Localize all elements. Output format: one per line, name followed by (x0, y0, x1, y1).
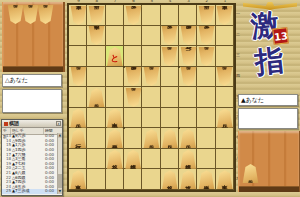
square-1三[interactable] (216, 46, 234, 67)
close-icon[interactable]: x (56, 121, 61, 126)
square-7二[interactable] (106, 26, 124, 47)
square-3一[interactable] (179, 5, 197, 26)
sente-info-box (238, 108, 298, 129)
shogi-board[interactable]: 香車桂馬金将桂馬香車飛車金将銀将玉将歩兵角行歩兵歩兵銀将歩兵歩兵歩兵歩兵と歩兵歩… (67, 3, 236, 192)
square-1八[interactable] (216, 149, 234, 170)
kifu-title: 棋譜 (9, 121, 56, 126)
square-7九[interactable] (106, 169, 124, 190)
square-1二[interactable] (216, 26, 234, 47)
square-8三[interactable] (87, 46, 105, 67)
square-5二[interactable] (142, 26, 160, 47)
square-8四[interactable] (87, 67, 105, 88)
square-7五[interactable] (106, 87, 124, 108)
square-8九[interactable] (87, 169, 105, 190)
kifu-window-icon (4, 122, 8, 126)
square-8六[interactable] (87, 108, 105, 129)
sente-name: ▲あなた (239, 95, 297, 103)
square-5八[interactable] (142, 149, 160, 170)
gote-captured-stand[interactable]: 歩兵歩兵歩兵 (2, 2, 65, 72)
square-4一[interactable] (161, 5, 179, 26)
sente-nameplate: ▲あなた (238, 94, 298, 106)
square-1五[interactable] (216, 87, 234, 108)
kifu-scrollbar[interactable]: ▲ ▼ (57, 133, 62, 194)
square-5三[interactable] (142, 46, 160, 67)
stand-foot (239, 186, 299, 192)
logo-char-2: 指 (253, 41, 286, 84)
square-9三[interactable] (69, 46, 87, 67)
app-window: 歩兵歩兵歩兵 △あなた 987654321 一二三四五六七八九 香車桂馬金将桂馬… (0, 0, 300, 197)
square-9二[interactable] (69, 26, 87, 47)
gote-info-box (2, 89, 62, 113)
shogi-piece-歩兵-gote[interactable]: 歩兵 (22, 5, 39, 24)
square-6七[interactable] (124, 128, 142, 149)
square-8七[interactable] (87, 128, 105, 149)
square-9八[interactable] (69, 149, 87, 170)
gote-nameplate: △あなた (2, 74, 62, 87)
scroll-thumb[interactable] (58, 174, 62, 188)
square-1七[interactable] (216, 128, 234, 149)
square-5五[interactable] (142, 87, 160, 108)
kifu-titlebar[interactable]: 棋譜 x (2, 120, 62, 128)
square-6九[interactable] (124, 169, 142, 190)
kifu-window: 棋譜 x 手数 指し手 時間 1▲7六歩0:002△3四歩0:003▲7五歩0:… (1, 119, 63, 196)
stand-foot (3, 66, 63, 72)
shogi-piece-歩兵-gote[interactable]: 歩兵 (7, 5, 24, 24)
gote-name: △あなた (3, 75, 61, 83)
square-5六[interactable] (142, 108, 160, 129)
hoshi-dot (178, 66, 180, 68)
square-2八[interactable] (197, 149, 215, 170)
square-3五[interactable] (179, 87, 197, 108)
square-4四[interactable] (161, 67, 179, 88)
square-4六[interactable] (161, 108, 179, 129)
square-5一[interactable] (142, 5, 160, 26)
square-9五[interactable] (69, 87, 87, 108)
square-8八[interactable] (87, 149, 105, 170)
kifu-move-row[interactable]: 25▲7三歩成0:00 (2, 189, 57, 194)
square-7四[interactable] (106, 67, 124, 88)
square-2七[interactable] (197, 128, 215, 149)
scroll-up-icon[interactable]: ▲ (58, 133, 62, 138)
square-4五[interactable] (161, 87, 179, 108)
square-6二[interactable] (124, 26, 142, 47)
app-logo: 激 13 指 (240, 0, 300, 82)
shogi-piece-歩兵-sente[interactable]: 歩兵 (242, 164, 259, 183)
square-2六[interactable] (197, 108, 215, 129)
square-6三[interactable] (124, 46, 142, 67)
kifu-move-list[interactable]: 1▲7六歩0:002△3四歩0:003▲7五歩0:004△4二玉0:005▲7八… (2, 133, 57, 194)
scroll-down-icon[interactable]: ▼ (58, 189, 62, 194)
shogi-piece-歩兵-gote[interactable]: 歩兵 (37, 5, 54, 24)
square-7一[interactable] (106, 5, 124, 26)
hoshi-dot (123, 66, 125, 68)
square-6六[interactable] (124, 108, 142, 129)
sente-captured-stand[interactable]: 歩兵 (238, 131, 300, 192)
square-2五[interactable] (197, 87, 215, 108)
square-5九[interactable] (142, 169, 160, 190)
square-3六[interactable] (179, 108, 197, 129)
square-4八[interactable] (161, 149, 179, 170)
square-2四[interactable] (197, 67, 215, 88)
